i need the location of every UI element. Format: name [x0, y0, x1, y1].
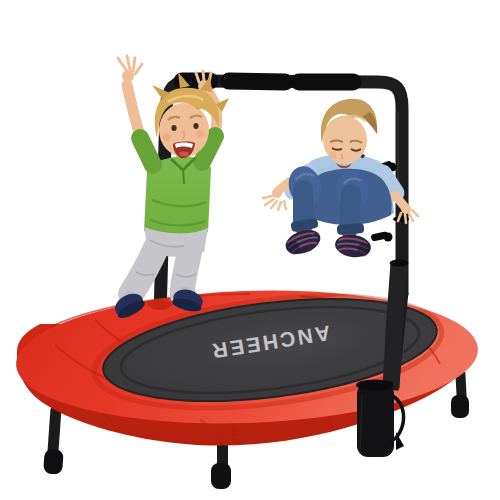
jeans-cuff-left	[337, 223, 365, 235]
rubber-foot	[211, 463, 231, 489]
pole-telescope-outer	[391, 263, 399, 388]
pole-base-sleeve	[357, 383, 394, 457]
child-left-tongue	[179, 152, 189, 157]
foam-grip-middle	[229, 81, 285, 82]
rubber-foot	[451, 395, 469, 418]
child-left-placket	[183, 170, 184, 184]
child-left-eye-right	[171, 125, 176, 131]
child-left-sleeve-right	[140, 138, 153, 165]
rubber-foot	[43, 448, 64, 474]
child-right-cheek	[330, 152, 337, 159]
sleeve-cinch	[356, 380, 394, 391]
child-left-cheek-left	[196, 130, 204, 138]
child-right-right-forearm	[279, 182, 289, 190]
product-photo-scene: ANCHEER	[0, 0, 500, 500]
child-left-eye-left	[193, 123, 198, 129]
scene-canvas: ANCHEER	[0, 0, 500, 500]
child-left-cheek-right	[163, 133, 171, 141]
telescope-ring-lower	[390, 260, 409, 267]
